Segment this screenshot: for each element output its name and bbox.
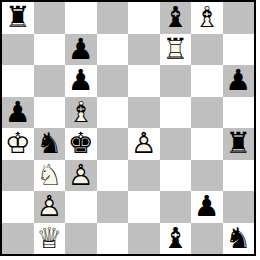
white-pawn-glyph: ♙ — [128, 128, 160, 160]
square-f5[interactable] — [160, 97, 192, 129]
square-d7[interactable] — [97, 34, 129, 66]
black-king-glyph: ♚ — [65, 128, 97, 160]
piece-white-bishop: ♝♗ — [65, 97, 97, 129]
square-h5[interactable] — [223, 97, 255, 129]
square-d3[interactable] — [97, 160, 129, 192]
square-h8[interactable] — [223, 2, 255, 34]
square-g1[interactable] — [191, 223, 223, 255]
square-d4[interactable] — [97, 128, 129, 160]
piece-white-pawn: ♟♙ — [65, 160, 97, 192]
square-a6[interactable] — [2, 65, 34, 97]
square-h6[interactable]: ♟ — [223, 65, 255, 97]
square-c6[interactable]: ♟ — [65, 65, 97, 97]
chess-diagram: ♜♝♝♗♟♜♖♟♟♟♝♗♚♔♞♚♟♙♜♞♘♟♙♟♙♟♛♕♝♞ — [0, 0, 256, 256]
square-e4[interactable]: ♟♙ — [128, 128, 160, 160]
square-c7[interactable]: ♟ — [65, 34, 97, 66]
square-g2[interactable]: ♟ — [191, 191, 223, 223]
square-c4[interactable]: ♚ — [65, 128, 97, 160]
black-pawn-glyph: ♟ — [65, 65, 97, 97]
black-pawn-glyph: ♟ — [2, 97, 34, 129]
square-c2[interactable] — [65, 191, 97, 223]
piece-white-queen: ♛♕ — [34, 223, 66, 255]
square-c1[interactable] — [65, 223, 97, 255]
square-f3[interactable] — [160, 160, 192, 192]
square-g6[interactable] — [191, 65, 223, 97]
square-d2[interactable] — [97, 191, 129, 223]
square-f2[interactable] — [160, 191, 192, 223]
square-e5[interactable] — [128, 97, 160, 129]
square-a1[interactable] — [2, 223, 34, 255]
square-e7[interactable] — [128, 34, 160, 66]
square-f7[interactable]: ♜♖ — [160, 34, 192, 66]
piece-black-pawn: ♟ — [65, 65, 97, 97]
white-rook-glyph: ♖ — [160, 34, 192, 66]
square-a8[interactable]: ♜ — [2, 2, 34, 34]
square-d1[interactable] — [97, 223, 129, 255]
piece-black-knight: ♞ — [223, 223, 255, 255]
piece-white-rook: ♜♖ — [160, 34, 192, 66]
square-b2[interactable]: ♟♙ — [34, 191, 66, 223]
piece-white-knight: ♞♘ — [34, 160, 66, 192]
piece-black-pawn: ♟ — [65, 34, 97, 66]
white-bishop-glyph: ♗ — [65, 97, 97, 129]
square-h3[interactable] — [223, 160, 255, 192]
black-bishop-glyph: ♝ — [160, 223, 192, 255]
square-c5[interactable]: ♝♗ — [65, 97, 97, 129]
square-b7[interactable] — [34, 34, 66, 66]
square-f4[interactable] — [160, 128, 192, 160]
square-e6[interactable] — [128, 65, 160, 97]
piece-black-bishop: ♝ — [160, 223, 192, 255]
piece-black-bishop: ♝ — [160, 2, 192, 34]
piece-black-pawn: ♟ — [191, 191, 223, 223]
square-h7[interactable] — [223, 34, 255, 66]
black-pawn-glyph: ♟ — [191, 191, 223, 223]
white-bishop-glyph: ♗ — [191, 2, 223, 34]
square-f8[interactable]: ♝ — [160, 2, 192, 34]
white-knight-glyph: ♘ — [34, 160, 66, 192]
square-f1[interactable]: ♝ — [160, 223, 192, 255]
square-g5[interactable] — [191, 97, 223, 129]
square-e8[interactable] — [128, 2, 160, 34]
white-queen-glyph: ♕ — [34, 223, 66, 255]
piece-black-knight: ♞ — [34, 128, 66, 160]
square-a3[interactable] — [2, 160, 34, 192]
square-a2[interactable] — [2, 191, 34, 223]
square-d6[interactable] — [97, 65, 129, 97]
piece-white-king: ♚♔ — [2, 128, 34, 160]
piece-white-bishop: ♝♗ — [191, 2, 223, 34]
piece-black-rook: ♜ — [2, 2, 34, 34]
square-a7[interactable] — [2, 34, 34, 66]
square-b6[interactable] — [34, 65, 66, 97]
square-g8[interactable]: ♝♗ — [191, 2, 223, 34]
white-pawn-glyph: ♙ — [34, 191, 66, 223]
piece-black-king: ♚ — [65, 128, 97, 160]
square-b3[interactable]: ♞♘ — [34, 160, 66, 192]
black-bishop-glyph: ♝ — [160, 2, 192, 34]
square-c3[interactable]: ♟♙ — [65, 160, 97, 192]
piece-black-rook: ♜ — [223, 128, 255, 160]
square-b4[interactable]: ♞ — [34, 128, 66, 160]
square-c8[interactable] — [65, 2, 97, 34]
black-knight-glyph: ♞ — [223, 223, 255, 255]
square-a4[interactable]: ♚♔ — [2, 128, 34, 160]
white-pawn-glyph: ♙ — [65, 160, 97, 192]
white-king-glyph: ♔ — [2, 128, 34, 160]
piece-white-pawn: ♟♙ — [34, 191, 66, 223]
square-g3[interactable] — [191, 160, 223, 192]
square-f6[interactable] — [160, 65, 192, 97]
square-b1[interactable]: ♛♕ — [34, 223, 66, 255]
square-d8[interactable] — [97, 2, 129, 34]
square-e2[interactable] — [128, 191, 160, 223]
square-e1[interactable] — [128, 223, 160, 255]
black-pawn-glyph: ♟ — [65, 34, 97, 66]
square-b8[interactable] — [34, 2, 66, 34]
square-e3[interactable] — [128, 160, 160, 192]
square-h2[interactable] — [223, 191, 255, 223]
black-rook-glyph: ♜ — [223, 128, 255, 160]
piece-black-pawn: ♟ — [223, 65, 255, 97]
black-rook-glyph: ♜ — [2, 2, 34, 34]
square-a5[interactable]: ♟ — [2, 97, 34, 129]
square-h1[interactable]: ♞ — [223, 223, 255, 255]
square-h4[interactable]: ♜ — [223, 128, 255, 160]
square-g7[interactable] — [191, 34, 223, 66]
square-b5[interactable] — [34, 97, 66, 129]
black-pawn-glyph: ♟ — [223, 65, 255, 97]
piece-white-pawn: ♟♙ — [128, 128, 160, 160]
square-d5[interactable] — [97, 97, 129, 129]
black-knight-glyph: ♞ — [34, 128, 66, 160]
chess-board: ♜♝♝♗♟♜♖♟♟♟♝♗♚♔♞♚♟♙♜♞♘♟♙♟♙♟♛♕♝♞ — [0, 0, 256, 256]
square-g4[interactable] — [191, 128, 223, 160]
piece-black-pawn: ♟ — [2, 97, 34, 129]
